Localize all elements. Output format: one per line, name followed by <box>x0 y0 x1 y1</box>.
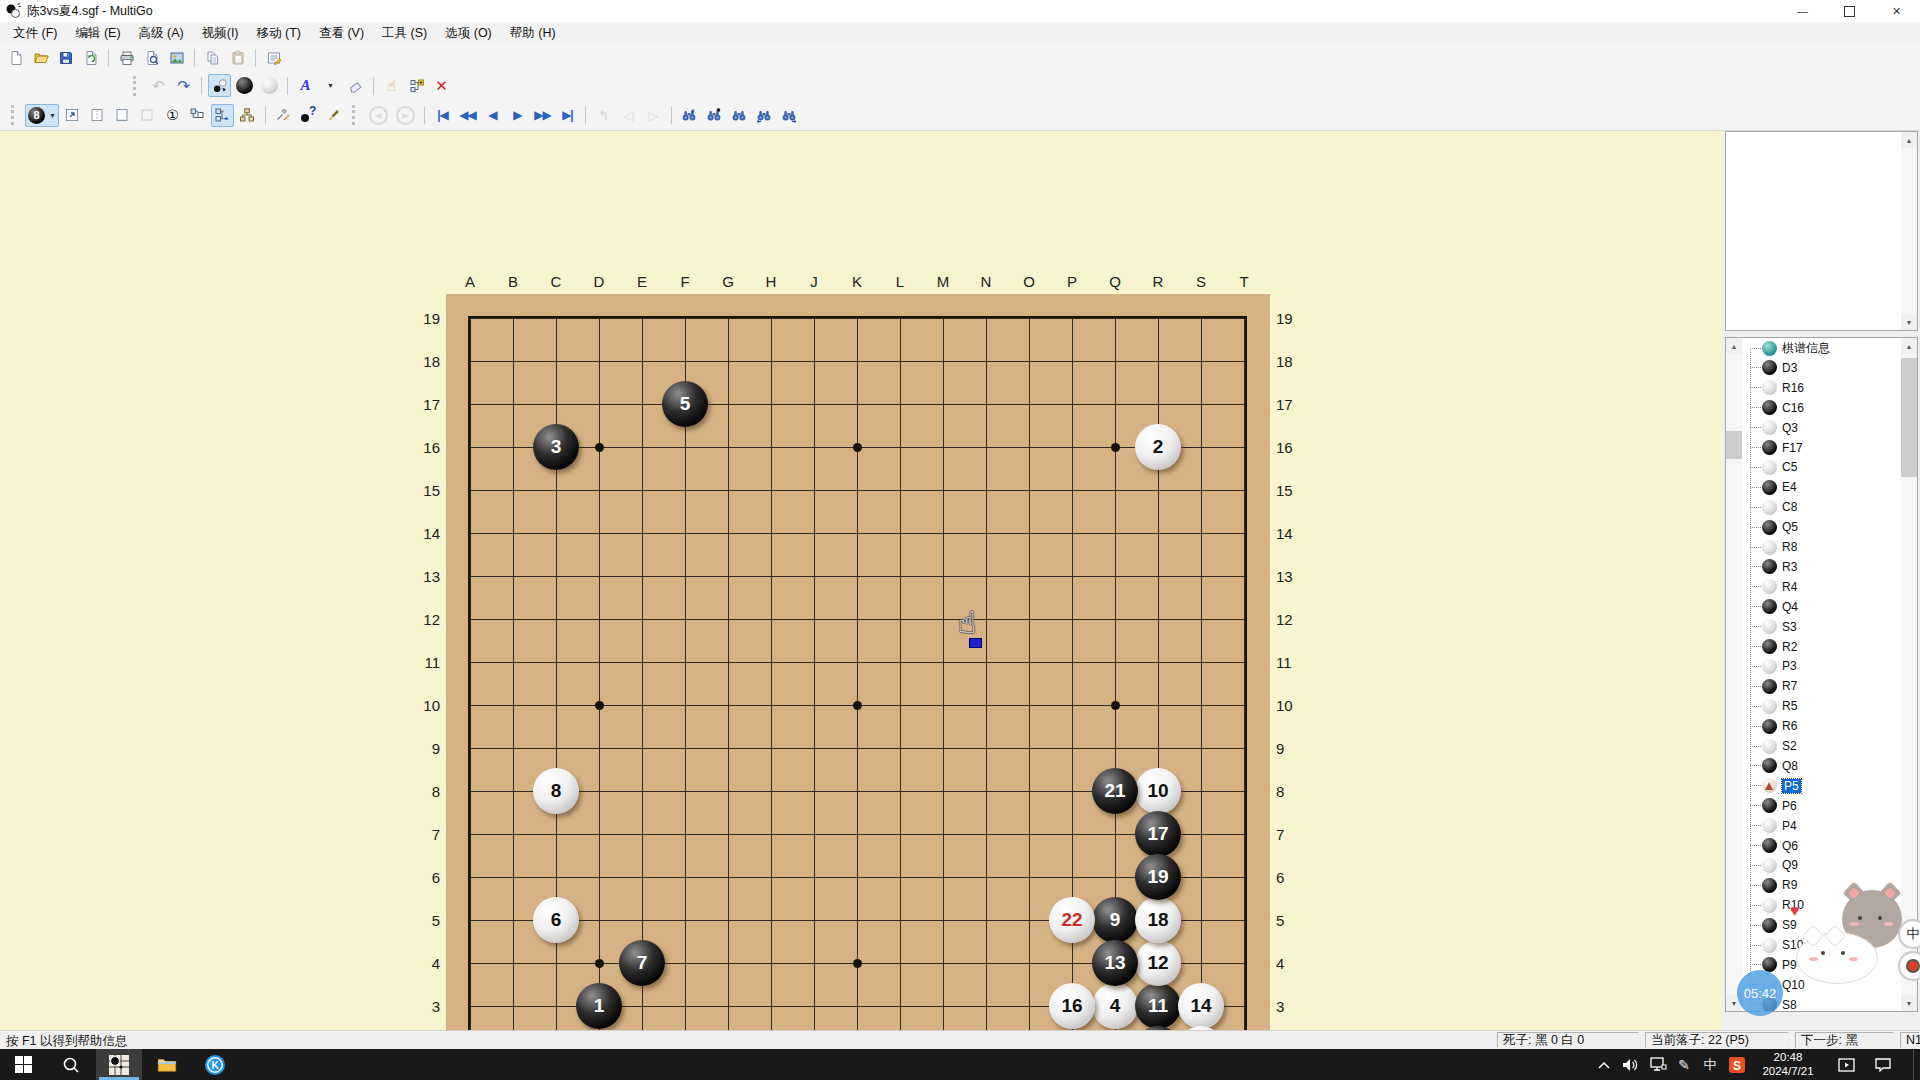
chevron-up-icon <box>1598 1061 1610 1069</box>
coord-label-col-H: H <box>761 273 781 290</box>
move-item-Q5[interactable]: Q5 <box>1750 517 1798 537</box>
tree-item-label: F17 <box>1782 441 1803 455</box>
nav-first-button[interactable]: |◀ <box>431 104 454 127</box>
ime-language-button[interactable]: 中 <box>1698 1049 1722 1080</box>
white-stone-icon <box>1762 579 1777 594</box>
tree-item-label: Q8 <box>1782 759 1798 773</box>
coord-label-col-C: C <box>546 273 566 290</box>
star-point-K4 <box>853 959 862 968</box>
move-item-E4[interactable]: E4 <box>1750 477 1797 497</box>
coord-label-col-R: R <box>1148 273 1168 290</box>
new-file-button[interactable] <box>4 46 27 69</box>
coord-label-row-18: 18 <box>402 353 440 370</box>
tree-connector <box>1750 427 1761 428</box>
coord-label-col-L: L <box>890 273 910 290</box>
toolbar-grip[interactable] <box>11 105 18 125</box>
open-file-button[interactable] <box>29 46 52 69</box>
coord-label-col-P: P <box>1062 273 1082 290</box>
taskbar-clock[interactable]: 20:48 2024/7/21 <box>1752 1050 1824 1078</box>
stone-R4[interactable]: 12 <box>1135 940 1181 986</box>
find-marked-button[interactable] <box>703 104 726 127</box>
stone-C16[interactable]: 3 <box>533 424 579 470</box>
stone-P5[interactable]: 22 <box>1049 897 1095 943</box>
board-faint-button[interactable] <box>136 104 159 127</box>
menu-item-7[interactable]: 选项 (O) <box>436 23 501 44</box>
paste-button[interactable] <box>226 46 249 69</box>
coord-label-row-5: 5 <box>402 912 440 929</box>
tree-connector <box>1750 566 1761 567</box>
black-stone-icon <box>1762 520 1777 535</box>
star-point-D16 <box>595 443 604 452</box>
star-point-K16 <box>853 443 862 452</box>
stone-R16[interactable]: 2 <box>1135 424 1181 470</box>
coord-label-col-M: M <box>933 273 953 290</box>
label-dropdown-button[interactable]: ▼ <box>319 74 342 97</box>
tree-item-label: Q4 <box>1782 600 1798 614</box>
taskbar-explorer-button[interactable] <box>144 1049 190 1080</box>
tree-connector <box>1750 447 1761 448</box>
status-hover-point: N12 <box>1900 1032 1920 1048</box>
file-explorer-icon <box>157 1055 177 1075</box>
save-file-button[interactable] <box>54 46 77 69</box>
clock-time: 20:48 <box>1752 1050 1824 1064</box>
jump-link-button[interactable] <box>61 104 84 127</box>
tree-connector <box>1750 726 1761 727</box>
tray-expand-button[interactable] <box>1592 1049 1616 1080</box>
white-stone-icon <box>1762 659 1777 674</box>
branch-up-button[interactable]: ↰ <box>592 104 615 127</box>
move-item-S2[interactable]: S2 <box>1750 736 1797 756</box>
tree-connector <box>1750 527 1761 528</box>
toolbar-separator <box>373 77 374 95</box>
star-point-K10 <box>853 701 862 710</box>
tree-item-label: 棋谱信息 <box>1782 340 1830 357</box>
tree-connector <box>1750 885 1761 886</box>
black-stone-icon <box>1762 798 1777 813</box>
tree-view-alt-button[interactable] <box>211 104 234 127</box>
number-display-button[interactable]: 8▼ <box>25 104 59 127</box>
move-item-R7[interactable]: R7 <box>1750 676 1797 696</box>
coord-label-row-19: 19 <box>1276 310 1314 327</box>
board-area: AABBCCDDEEFFGGHHJJKKLLMMNNOOPPQQRRSSTT19… <box>0 131 1722 1030</box>
stone-Q3[interactable]: 4 <box>1092 983 1138 1029</box>
move-item-Q3[interactable]: Q3 <box>1750 418 1798 438</box>
coord-label-col-E: E <box>632 273 652 290</box>
stone-C5[interactable]: 6 <box>533 897 579 943</box>
ime-float-button[interactable]: 中 <box>1898 919 1920 949</box>
move-item-S10[interactable]: S10 <box>1750 935 1803 955</box>
find-number-button[interactable]: # <box>678 104 701 127</box>
toolbar-separator <box>585 106 586 124</box>
tree-item-label: P5 <box>1782 779 1801 793</box>
coord-label-col-A: A <box>460 273 480 290</box>
tree-item-label: R7 <box>1782 679 1797 693</box>
game-info-icon <box>1762 341 1777 356</box>
coord-label-row-4: 4 <box>402 955 440 972</box>
title-bar: 陈3vs夏4.sgf - MultiGo — ✕ <box>0 0 1920 22</box>
stone-E4[interactable]: 7 <box>619 940 665 986</box>
move-item-Q4[interactable]: Q4 <box>1750 597 1798 617</box>
coord-label-col-O: O <box>1019 273 1039 290</box>
tree-connector <box>1750 945 1761 946</box>
stone-C8[interactable]: 8 <box>533 768 579 814</box>
black-stone-icon <box>1762 838 1777 853</box>
tree-connector <box>1750 467 1761 468</box>
stone-R6[interactable]: 19 <box>1135 854 1181 900</box>
move-item-R10[interactable]: R10 <box>1750 895 1804 915</box>
move-item-Q9[interactable]: Q9 <box>1750 855 1798 875</box>
move-item-R8[interactable]: R8 <box>1750 537 1797 557</box>
coord-label-row-17: 17 <box>402 396 440 413</box>
insert-node-button[interactable] <box>405 74 428 97</box>
start-button[interactable] <box>0 1049 46 1080</box>
toolbar-separator <box>671 106 672 124</box>
menu-item-4[interactable]: 移动 (T) <box>248 23 310 44</box>
video-overlay-button[interactable] <box>1832 1049 1860 1080</box>
scroll-down-icon[interactable]: ▼ <box>1901 314 1917 330</box>
white-stone-icon <box>1762 500 1777 515</box>
stone-D3[interactable]: 1 <box>576 983 622 1029</box>
nav-last-button[interactable]: ▶| <box>556 104 579 127</box>
toolbar-separator <box>255 49 256 67</box>
scroll-up-icon[interactable]: ▲ <box>1901 132 1917 148</box>
stone-R5[interactable]: 18 <box>1135 897 1181 943</box>
taskbar-kugou-button[interactable]: K <box>192 1049 238 1080</box>
stone-Q4[interactable]: 13 <box>1092 940 1138 986</box>
tree-connector <box>1750 407 1761 408</box>
taskbar-search-button[interactable] <box>48 1049 94 1080</box>
move-item-R2[interactable]: R2 <box>1750 637 1797 657</box>
tree-item-label: R6 <box>1782 719 1797 733</box>
tree-connector <box>1750 925 1761 926</box>
mode-alternate-button[interactable] <box>208 74 231 97</box>
print-button[interactable] <box>115 46 138 69</box>
coord-label-row-8: 8 <box>1276 783 1314 800</box>
close-button[interactable]: ✕ <box>1873 0 1920 22</box>
toolbar-grip[interactable] <box>352 105 359 125</box>
svg-text:#: # <box>691 108 695 114</box>
ethernet-icon <box>1650 1057 1667 1072</box>
tree-item-label: R3 <box>1782 560 1797 574</box>
record-float-button[interactable] <box>1898 951 1920 981</box>
timer-widget[interactable]: 05:42 <box>1737 970 1783 1016</box>
delete-node-button[interactable]: ✕ <box>430 74 453 97</box>
white-stone-icon <box>1762 938 1777 953</box>
move-item-P5[interactable]: P5 <box>1750 776 1801 796</box>
black-stone-icon <box>1762 679 1777 694</box>
tree-item-label: R16 <box>1782 381 1804 395</box>
coord-label-row-13: 13 <box>1276 568 1314 585</box>
stone-R3[interactable]: 11 <box>1135 983 1181 1029</box>
board-dotted-button[interactable] <box>111 104 134 127</box>
label-a-button[interactable]: A <box>294 74 317 97</box>
black-stone-icon <box>1762 878 1777 893</box>
coord-label-col-J: J <box>804 273 824 290</box>
sitemap-button[interactable] <box>236 104 259 127</box>
move-item-P4[interactable]: P4 <box>1750 816 1797 836</box>
menu-item-5[interactable]: 查看 (V) <box>310 23 373 44</box>
nav-fwd10-button[interactable]: ▶▶ <box>531 104 554 127</box>
tree-connector <box>1750 547 1761 548</box>
tree-item-game-info[interactable]: 棋谱信息 <box>1750 338 1830 358</box>
tree-item-label: R9 <box>1782 878 1797 892</box>
tree-right-scroll-thumb[interactable] <box>1901 358 1917 477</box>
move-item-C8[interactable]: C8 <box>1750 497 1797 517</box>
stone-R8[interactable]: 10 <box>1135 768 1181 814</box>
move-item-R5[interactable]: R5 <box>1750 696 1797 716</box>
move-item-C16[interactable]: C16 <box>1750 398 1804 418</box>
coord-label-row-16: 16 <box>1276 439 1314 456</box>
tree-item-label: R8 <box>1782 540 1797 554</box>
side-panel: ▲ ▼ ▲ ▼ ▲ ▼ 棋谱信息D3R16C16Q3F17C5E4C8Q5R8R… <box>1722 131 1920 1030</box>
circled-one-button[interactable]: ① <box>161 104 184 127</box>
nav-prev-button[interactable]: ◀ <box>481 104 504 127</box>
stone-S3[interactable]: 14 <box>1178 983 1224 1029</box>
branch-prev-button[interactable]: ◁ <box>617 104 640 127</box>
move-item-R4[interactable]: R4 <box>1750 577 1797 597</box>
move-item-P3[interactable]: P3 <box>1750 656 1797 676</box>
find-next-button[interactable] <box>778 104 801 127</box>
mode-white-button[interactable] <box>258 74 281 97</box>
tree-connector <box>1750 765 1761 766</box>
nav-back-button[interactable]: ◀ <box>366 104 391 127</box>
menu-item-3[interactable]: 视频(I) <box>193 23 248 44</box>
comment-scroll-track[interactable] <box>1901 148 1917 314</box>
coord-label-row-12: 12 <box>1276 611 1314 628</box>
tree-connector <box>1750 666 1761 667</box>
tree-connector <box>1750 964 1761 965</box>
tree-connector <box>1750 626 1761 627</box>
brush-button[interactable] <box>322 104 345 127</box>
action-center-button[interactable] <box>1868 1049 1898 1080</box>
nav-forward-button[interactable]: ▶ <box>393 104 418 127</box>
tree-item-label: P4 <box>1782 819 1797 833</box>
black-stone-icon <box>1762 719 1777 734</box>
sogou-button[interactable]: S <box>1724 1049 1750 1080</box>
toolbar-separator <box>265 106 266 124</box>
tree-item-label: S9 <box>1782 918 1797 932</box>
coord-label-row-9: 9 <box>402 740 440 757</box>
scroll-down-icon[interactable]: ▼ <box>1901 995 1917 1011</box>
menu-bar: 文件 (F)编辑 (E)高级 (A)视频(I)移动 (T)查看 (V)工具 (S… <box>0 22 1920 44</box>
ime-zh-icon: 中 <box>1704 1056 1717 1074</box>
tree-connector <box>1750 586 1761 587</box>
status-bar: 按 F1 以得到帮助信息 死子: 黑 0 白 0 当前落子: 22 (P5) 下… <box>0 1030 1920 1049</box>
multigo-window: 陈3vs夏4.sgf - MultiGo — ✕ 文件 (F)编辑 (E)高级 … <box>0 0 1920 1080</box>
coord-label-row-9: 9 <box>1276 740 1314 757</box>
tree-item-label: S8 <box>1782 998 1797 1012</box>
tree-item-label: Q9 <box>1782 858 1798 872</box>
toolbar-separator <box>108 49 109 67</box>
tree-connector <box>1750 865 1761 866</box>
move-item-S3[interactable]: S3 <box>1750 617 1797 637</box>
star-point-D10 <box>595 701 604 710</box>
move-item-Q8[interactable]: Q8 <box>1750 756 1798 776</box>
tree-item-label: Q10 <box>1782 978 1805 992</box>
status-current-move: 当前落子: 22 (P5) <box>1645 1032 1789 1048</box>
export-image-button[interactable] <box>165 46 188 69</box>
tree-item-label: P3 <box>1782 659 1797 673</box>
coord-label-row-17: 17 <box>1276 396 1314 413</box>
black-stone-icon <box>1762 559 1777 574</box>
minimize-button[interactable]: — <box>1779 0 1826 22</box>
white-stone-icon <box>1762 420 1777 435</box>
find-plain-button[interactable] <box>728 104 751 127</box>
coord-label-row-11: 11 <box>1276 654 1314 671</box>
move-tree-box[interactable]: ▲ ▼ ▲ ▼ 棋谱信息D3R16C16Q3F17C5E4C8Q5R8R3R4Q… <box>1725 337 1918 1012</box>
branch-next-button[interactable]: ▷ <box>642 104 665 127</box>
coord-label-row-11: 11 <box>402 654 440 671</box>
game-info-edit-button[interactable] <box>262 46 285 69</box>
show-desktop-button[interactable] <box>1913 1049 1920 1080</box>
status-captures: 死子: 黑 0 白 0 <box>1497 1032 1639 1048</box>
white-stone-icon <box>1762 460 1777 475</box>
coord-label-row-6: 6 <box>1276 869 1314 886</box>
tree-item-label: P9 <box>1782 958 1797 972</box>
tree-item-label: P6 <box>1782 799 1797 813</box>
toolbar-grip[interactable] <box>133 76 140 96</box>
reload-file-button[interactable] <box>79 46 102 69</box>
undo-button[interactable]: ↶ <box>147 74 170 97</box>
stone-R7[interactable]: 17 <box>1135 811 1181 857</box>
hand-tool-button[interactable]: ☝ <box>380 74 403 97</box>
tree-connector <box>1750 507 1761 508</box>
coord-label-row-8: 8 <box>402 783 440 800</box>
stone-Q5[interactable]: 9 <box>1092 897 1138 943</box>
tree-item-label: C8 <box>1782 500 1797 514</box>
scroll-up-icon[interactable]: ▲ <box>1726 338 1742 354</box>
tree-connector <box>1750 487 1761 488</box>
menu-item-0[interactable]: 文件 (F) <box>4 23 66 44</box>
coord-label-row-7: 7 <box>1276 826 1314 843</box>
search-icon <box>62 1056 80 1074</box>
move-item-D3[interactable]: D3 <box>1750 358 1797 378</box>
coord-label-row-6: 6 <box>402 869 440 886</box>
pen-input-button[interactable]: ✎ <box>1672 1049 1696 1080</box>
move-item-R3[interactable]: R3 <box>1750 557 1797 577</box>
copy-button[interactable] <box>201 46 224 69</box>
guess-stone-button[interactable]: ? <box>297 104 320 127</box>
move-item-R9[interactable]: R9 <box>1750 875 1797 895</box>
multigo-taskbar-icon <box>108 1054 130 1076</box>
stone-Q8[interactable]: 21 <box>1092 768 1138 814</box>
white-stone-icon <box>1762 699 1777 714</box>
svg-text:S: S <box>1733 1058 1741 1072</box>
current-move-stone-icon <box>1762 778 1777 793</box>
tree-view-button[interactable] <box>186 104 209 127</box>
menu-item-6[interactable]: 工具 (S) <box>373 23 436 44</box>
tree-connector <box>1750 646 1761 647</box>
coord-label-row-13: 13 <box>402 568 440 585</box>
coord-label-row-12: 12 <box>402 611 440 628</box>
toolbar-navigation: 8▼①?◀▶|◀◀◀◀▶▶▶▶|↰◁▷# <box>0 100 1920 131</box>
move-item-F17[interactable]: F17 <box>1750 438 1803 458</box>
board-dashed-button[interactable] <box>86 104 109 127</box>
tools-button[interactable] <box>272 104 295 127</box>
kugou-icon: K <box>204 1054 226 1076</box>
nav-next-button[interactable]: ▶ <box>506 104 529 127</box>
star-point-Q10 <box>1111 701 1120 710</box>
black-stone-icon <box>1762 360 1777 375</box>
tree-item-label: S3 <box>1782 620 1797 634</box>
tree-connector <box>1750 686 1761 687</box>
move-item-R6[interactable]: R6 <box>1750 716 1797 736</box>
comment-box[interactable]: ▲ ▼ <box>1725 131 1918 331</box>
star-point-Q16 <box>1111 443 1120 452</box>
tree-connector <box>1750 706 1761 707</box>
tree-connector <box>1750 785 1761 786</box>
toolbar-separator <box>287 77 288 95</box>
coord-label-col-Q: Q <box>1105 273 1125 290</box>
status-next-player: 下一步: 黑 <box>1795 1032 1894 1048</box>
black-stone-icon <box>1762 599 1777 614</box>
redo-button[interactable]: ↷ <box>172 74 195 97</box>
taskbar: K ✎ 中 S 20:4 <box>0 1049 1920 1080</box>
coord-label-col-S: S <box>1191 273 1211 290</box>
eraser-button[interactable] <box>344 74 367 97</box>
tree-item-label: R10 <box>1782 898 1804 912</box>
tree-connector <box>1750 387 1761 388</box>
coord-label-col-D: D <box>589 273 609 290</box>
tree-left-scroll-thumb[interactable] <box>1726 431 1742 459</box>
coord-label-row-18: 18 <box>1276 353 1314 370</box>
white-stone-icon <box>1762 818 1777 833</box>
stone-P3[interactable]: 16 <box>1049 983 1095 1029</box>
coord-label-row-4: 4 <box>1276 955 1314 972</box>
mode-black-button[interactable] <box>233 74 256 97</box>
cursor-hand: ☝ <box>958 605 976 640</box>
coord-label-col-G: G <box>718 273 738 290</box>
coord-label-col-N: N <box>976 273 996 290</box>
coord-label-col-K: K <box>847 273 867 290</box>
move-item-C5[interactable]: C5 <box>1750 457 1797 477</box>
nav-back10-button[interactable]: ◀◀ <box>456 104 479 127</box>
white-stone-icon <box>1762 380 1777 395</box>
white-stone-icon <box>1762 898 1777 913</box>
stone-F17[interactable]: 5 <box>662 381 708 427</box>
tree-item-label: Q3 <box>1782 421 1798 435</box>
find-prev-button[interactable] <box>753 104 776 127</box>
coord-label-col-B: B <box>503 273 523 290</box>
black-stone-icon <box>1762 480 1777 495</box>
move-item-R16[interactable]: R16 <box>1750 378 1804 398</box>
network-button[interactable] <box>1644 1049 1672 1080</box>
coord-label-row-16: 16 <box>402 439 440 456</box>
menu-item-1[interactable]: 编辑 (E) <box>66 23 129 44</box>
move-item-P6[interactable]: P6 <box>1750 796 1797 816</box>
speaker-icon <box>1622 1058 1639 1072</box>
clock-date: 2024/7/21 <box>1752 1064 1824 1078</box>
coord-label-col-F: F <box>675 273 695 290</box>
maximize-button[interactable] <box>1826 0 1873 22</box>
notification-icon <box>1875 1058 1891 1072</box>
tree-connector <box>1750 825 1761 826</box>
move-item-Q6[interactable]: Q6 <box>1750 836 1798 856</box>
move-item-S9[interactable]: S9 <box>1750 915 1797 935</box>
volume-button[interactable] <box>1616 1049 1644 1080</box>
taskbar-multigo-button[interactable] <box>96 1049 142 1080</box>
tree-connector <box>1750 348 1761 349</box>
scroll-up-icon[interactable]: ▲ <box>1901 338 1917 354</box>
menu-item-2[interactable]: 高级 (A) <box>130 23 193 44</box>
coord-label-col-T: T <box>1234 273 1254 290</box>
mini-player-icon <box>1838 1058 1855 1072</box>
tree-item-label: R4 <box>1782 580 1797 594</box>
coord-label-row-7: 7 <box>402 826 440 843</box>
menu-item-8[interactable]: 帮助 (H) <box>501 23 565 44</box>
print-preview-button[interactable] <box>140 46 163 69</box>
toolbar-separator <box>424 106 425 124</box>
